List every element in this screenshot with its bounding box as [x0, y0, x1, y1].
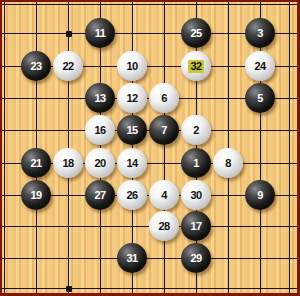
stone-1-black: 1	[181, 148, 211, 178]
stone-19-black: 19	[21, 180, 51, 210]
move-number: 8	[225, 157, 231, 169]
board-frame-right	[297, 0, 300, 296]
stone-32-white-last-move: 32	[181, 51, 211, 81]
move-number: 31	[126, 252, 137, 264]
stone-31-black: 31	[117, 243, 147, 273]
stone-17-black: 17	[181, 211, 211, 241]
stone-30-white: 30	[181, 180, 211, 210]
move-number: 10	[126, 60, 137, 72]
grid-line-vertical-5	[164, 2, 165, 293]
move-number: 12	[126, 92, 137, 104]
stone-5-black: 5	[245, 83, 275, 113]
move-number: 19	[30, 189, 41, 201]
stone-16-white: 16	[85, 115, 115, 145]
move-number: 30	[190, 189, 201, 201]
game-window: 1234567891011121314151617181920212223242…	[0, 0, 300, 296]
stone-23-black: 23	[21, 51, 51, 81]
stone-25-black: 25	[181, 18, 211, 48]
move-number: 24	[254, 60, 265, 72]
stone-8-white: 8	[213, 148, 243, 178]
move-number: 4	[161, 189, 167, 201]
grid-line-horizontal-8	[2, 258, 297, 259]
stone-3-black: 3	[245, 18, 275, 48]
move-number: 22	[62, 60, 73, 72]
move-number: 26	[126, 189, 137, 201]
stone-11-black: 11	[85, 18, 115, 48]
stone-18-white: 18	[53, 148, 83, 178]
move-number: 6	[161, 92, 167, 104]
stone-24-white: 24	[245, 51, 275, 81]
move-number: 16	[94, 124, 105, 136]
stone-15-black: 15	[117, 115, 147, 145]
stone-2-white: 2	[181, 115, 211, 145]
move-number: 28	[158, 220, 169, 232]
move-number: 15	[126, 124, 137, 136]
grid-line-vertical-9	[289, 2, 290, 293]
move-number: 5	[257, 92, 263, 104]
move-number: 25	[190, 27, 201, 39]
stone-27-black: 27	[85, 180, 115, 210]
move-number: 21	[30, 157, 41, 169]
stone-6-white: 6	[149, 83, 179, 113]
stone-22-white: 22	[53, 51, 83, 81]
move-number: 9	[257, 189, 263, 201]
grid-line-horizontal-9	[2, 288, 297, 289]
stone-4-white: 4	[149, 180, 179, 210]
stone-13-black: 13	[85, 83, 115, 113]
last-move-number-highlight: 32	[188, 60, 203, 73]
move-number: 11	[95, 27, 106, 39]
stone-10-white: 10	[117, 51, 147, 81]
stone-29-black: 29	[181, 243, 211, 273]
move-number: 13	[94, 92, 105, 104]
grid-line-horizontal-0	[2, 4, 297, 5]
star-point-0	[66, 31, 72, 37]
board-frame-top	[0, 0, 300, 2]
move-number: 29	[190, 252, 201, 264]
board-frame-left	[0, 0, 2, 296]
stone-12-white: 12	[117, 83, 147, 113]
move-number: 17	[190, 220, 201, 232]
stone-28-white: 28	[149, 211, 179, 241]
move-number: 14	[126, 157, 137, 169]
move-number: 1	[193, 157, 199, 169]
stone-14-white: 14	[117, 148, 147, 178]
move-number: 27	[94, 189, 105, 201]
star-point-1	[66, 286, 72, 292]
stone-21-black: 21	[21, 148, 51, 178]
gomoku-board[interactable]: 1234567891011121314151617181920212223242…	[0, 0, 300, 296]
stone-7-black: 7	[149, 115, 179, 145]
stone-9-black: 9	[245, 180, 275, 210]
move-number: 20	[94, 157, 105, 169]
move-number: 7	[161, 124, 167, 136]
stone-26-white: 26	[117, 180, 147, 210]
stone-20-white: 20	[85, 148, 115, 178]
move-number: 3	[257, 27, 263, 39]
grid-line-vertical-0	[4, 2, 5, 293]
move-number: 2	[193, 124, 199, 136]
move-number: 18	[62, 157, 73, 169]
move-number: 23	[30, 60, 41, 72]
